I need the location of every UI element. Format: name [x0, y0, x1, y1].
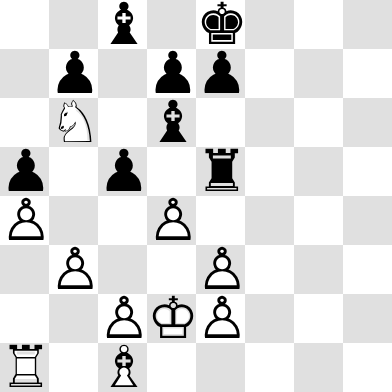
square-g5[interactable]: [294, 147, 343, 196]
black-pawn[interactable]: ♟: [0, 147, 49, 196]
square-a6[interactable]: [0, 98, 49, 147]
black-pawn[interactable]: ♟: [147, 49, 196, 98]
square-c7[interactable]: [98, 49, 147, 98]
square-d6[interactable]: ♝: [147, 98, 196, 147]
square-b3[interactable]: ♟♙: [49, 245, 98, 294]
black-piece-glyph: ♟: [98, 147, 147, 196]
black-piece-glyph: ♝: [98, 0, 147, 49]
square-a3[interactable]: [0, 245, 49, 294]
white-piece-outline-layer: ♙: [147, 196, 196, 245]
white-pawn[interactable]: ♟♙: [0, 196, 49, 245]
square-f1[interactable]: [245, 343, 294, 392]
square-g2[interactable]: [294, 294, 343, 343]
square-a2[interactable]: [0, 294, 49, 343]
square-f3[interactable]: [245, 245, 294, 294]
square-c8[interactable]: ♝: [98, 0, 147, 49]
black-piece-glyph: ♟: [0, 147, 49, 196]
black-piece-glyph: ♚: [196, 0, 245, 49]
white-piece-fill-layer: ♟: [0, 196, 49, 245]
black-king[interactable]: ♚: [196, 0, 245, 49]
square-c6[interactable]: [98, 98, 147, 147]
white-piece-outline-layer: ♔: [147, 294, 196, 343]
square-c3[interactable]: [98, 245, 147, 294]
square-b6[interactable]: ♞♘: [49, 98, 98, 147]
white-piece-outline-layer: ♙: [49, 245, 98, 294]
square-d3[interactable]: [147, 245, 196, 294]
square-b5[interactable]: [49, 147, 98, 196]
black-pawn[interactable]: ♟: [98, 147, 147, 196]
square-e5[interactable]: ♜: [196, 147, 245, 196]
square-g7[interactable]: [294, 49, 343, 98]
white-piece-outline-layer: ♘: [49, 98, 98, 147]
black-rook[interactable]: ♜: [196, 147, 245, 196]
square-e2[interactable]: ♟♙: [196, 294, 245, 343]
square-g8[interactable]: [294, 0, 343, 49]
square-d2[interactable]: ♚♔: [147, 294, 196, 343]
black-piece-glyph: ♜: [196, 147, 245, 196]
white-pawn[interactable]: ♟♙: [196, 294, 245, 343]
square-e7[interactable]: ♟: [196, 49, 245, 98]
square-h7[interactable]: [343, 49, 392, 98]
square-a7[interactable]: [0, 49, 49, 98]
white-piece-fill-layer: ♟: [196, 245, 245, 294]
square-f4[interactable]: [245, 196, 294, 245]
square-a1[interactable]: ♜♖: [0, 343, 49, 392]
square-b1[interactable]: [49, 343, 98, 392]
white-bishop[interactable]: ♝♗: [98, 343, 147, 392]
square-b8[interactable]: [49, 0, 98, 49]
white-piece-outline-layer: ♖: [0, 343, 49, 392]
white-piece-fill-layer: ♝: [98, 343, 147, 392]
square-f7[interactable]: [245, 49, 294, 98]
white-piece-outline-layer: ♗: [98, 343, 147, 392]
chess-board: ♝♚♟♟♟♞♘♝♟♟♜♟♙♟♙♟♙♟♙♟♙♚♔♟♙♜♖♝♗: [0, 0, 392, 392]
square-g3[interactable]: [294, 245, 343, 294]
square-b2[interactable]: [49, 294, 98, 343]
square-h1[interactable]: [343, 343, 392, 392]
white-piece-fill-layer: ♜: [0, 343, 49, 392]
white-piece-fill-layer: ♞: [49, 98, 98, 147]
square-a4[interactable]: ♟♙: [0, 196, 49, 245]
square-b4[interactable]: [49, 196, 98, 245]
black-piece-glyph: ♟: [49, 49, 98, 98]
white-pawn[interactable]: ♟♙: [49, 245, 98, 294]
white-piece-fill-layer: ♚: [147, 294, 196, 343]
white-pawn[interactable]: ♟♙: [98, 294, 147, 343]
square-g1[interactable]: [294, 343, 343, 392]
black-bishop[interactable]: ♝: [147, 98, 196, 147]
black-pawn[interactable]: ♟: [49, 49, 98, 98]
white-rook[interactable]: ♜♖: [0, 343, 49, 392]
square-f8[interactable]: [245, 0, 294, 49]
square-h3[interactable]: [343, 245, 392, 294]
white-king[interactable]: ♚♔: [147, 294, 196, 343]
square-d1[interactable]: [147, 343, 196, 392]
white-piece-outline-layer: ♙: [196, 294, 245, 343]
square-b7[interactable]: ♟: [49, 49, 98, 98]
black-piece-glyph: ♝: [147, 98, 196, 147]
square-c5[interactable]: ♟: [98, 147, 147, 196]
black-piece-glyph: ♟: [147, 49, 196, 98]
square-c2[interactable]: ♟♙: [98, 294, 147, 343]
square-h8[interactable]: [343, 0, 392, 49]
square-f5[interactable]: [245, 147, 294, 196]
white-knight[interactable]: ♞♘: [49, 98, 98, 147]
square-e6[interactable]: [196, 98, 245, 147]
white-piece-outline-layer: ♙: [196, 245, 245, 294]
square-e8[interactable]: ♚: [196, 0, 245, 49]
square-h5[interactable]: [343, 147, 392, 196]
white-piece-outline-layer: ♙: [0, 196, 49, 245]
square-g4[interactable]: [294, 196, 343, 245]
white-piece-fill-layer: ♟: [147, 196, 196, 245]
square-a5[interactable]: ♟: [0, 147, 49, 196]
square-d4[interactable]: ♟♙: [147, 196, 196, 245]
square-d7[interactable]: ♟: [147, 49, 196, 98]
white-piece-fill-layer: ♟: [196, 294, 245, 343]
square-c4[interactable]: [98, 196, 147, 245]
white-piece-fill-layer: ♟: [49, 245, 98, 294]
square-h6[interactable]: [343, 98, 392, 147]
square-a8[interactable]: [0, 0, 49, 49]
white-pawn[interactable]: ♟♙: [196, 245, 245, 294]
square-e3[interactable]: ♟♙: [196, 245, 245, 294]
black-pawn[interactable]: ♟: [196, 49, 245, 98]
square-f6[interactable]: [245, 98, 294, 147]
white-pawn[interactable]: ♟♙: [147, 196, 196, 245]
square-e4[interactable]: [196, 196, 245, 245]
square-g6[interactable]: [294, 98, 343, 147]
black-piece-glyph: ♟: [196, 49, 245, 98]
square-h4[interactable]: [343, 196, 392, 245]
white-piece-fill-layer: ♟: [98, 294, 147, 343]
square-f2[interactable]: [245, 294, 294, 343]
square-d5[interactable]: [147, 147, 196, 196]
white-piece-outline-layer: ♙: [98, 294, 147, 343]
black-bishop[interactable]: ♝: [98, 0, 147, 49]
square-d8[interactable]: [147, 0, 196, 49]
square-e1[interactable]: [196, 343, 245, 392]
square-h2[interactable]: [343, 294, 392, 343]
square-c1[interactable]: ♝♗: [98, 343, 147, 392]
